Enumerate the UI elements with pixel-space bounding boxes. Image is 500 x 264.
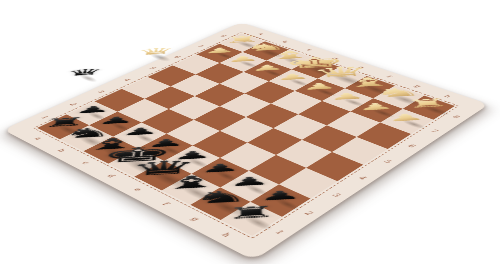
rank-label-5-left: 5	[148, 66, 156, 70]
tan-pawn-icon: ♟	[250, 63, 285, 72]
rank-label-5-right: 5	[382, 159, 392, 164]
tan-pawn-icon: ♟	[226, 54, 260, 63]
rank-label-4-left: 4	[123, 78, 132, 82]
file-label-f-near: f	[160, 201, 169, 206]
tan-pawn-icon: ♟	[356, 101, 396, 112]
tan-pawn-icon: ♟	[328, 91, 367, 102]
rank-label-3-right: 3	[331, 192, 341, 198]
file-label-g-near: g	[189, 216, 200, 222]
tan-pawn-icon: ♟	[275, 72, 311, 82]
rank-label-2-right: 2	[303, 210, 314, 216]
tan-pawn-icon: ♟	[301, 81, 338, 91]
tan-pawn-icon: ♟	[203, 46, 236, 55]
file-label-c-near: c	[80, 160, 90, 165]
rank-label-7-right: 7	[429, 129, 438, 134]
rank-label-1-right: 1	[273, 229, 284, 235]
rank-label-8-right: 8	[451, 114, 460, 119]
file-label-e-near: e	[132, 187, 142, 192]
file-label-h-near: h	[220, 232, 231, 239]
file-label-b-near: b	[56, 148, 66, 153]
file-label-a-near: a	[33, 136, 43, 141]
black-pawn-icon: ♟	[73, 104, 112, 115]
rank-label-6-right: 6	[406, 143, 416, 148]
chess-set-photo: aabbccddeeffgghh1122334455667788 ♜♛♞♟♝♟♛…	[0, 0, 500, 264]
chess-board: aabbccddeeffgghh1122334455667788 ♜♛♞♟♝♟♛…	[3, 22, 489, 260]
tan-rook-icon: ♜	[403, 96, 452, 109]
file-label-d-near: d	[105, 173, 115, 178]
rank-label-6-left: 6	[173, 55, 181, 59]
rank-label-3-left: 3	[96, 90, 105, 94]
rank-label-4-right: 4	[357, 175, 367, 181]
